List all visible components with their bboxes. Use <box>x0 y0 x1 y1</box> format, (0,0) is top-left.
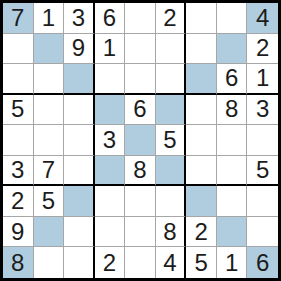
cell-r1c6[interactable]: 2 <box>156 3 187 34</box>
cell-r7c5[interactable] <box>125 186 156 217</box>
cell-r7c4[interactable] <box>95 186 126 217</box>
cell-r6c1[interactable]: 3 <box>3 156 34 187</box>
cell-r4c2[interactable] <box>34 95 65 126</box>
cell-r6c6[interactable] <box>156 156 187 187</box>
cell-r9c3[interactable] <box>64 247 95 278</box>
cell-r4c6[interactable] <box>156 95 187 126</box>
cell-r7c8[interactable] <box>217 186 248 217</box>
cell-r5c9[interactable] <box>247 125 278 156</box>
cell-r8c3[interactable] <box>64 217 95 248</box>
cell-r5c3[interactable] <box>64 125 95 156</box>
cell-r6c4[interactable] <box>95 156 126 187</box>
sudoku-board: 7 1 3 6 2 4 9 1 2 6 1 5 6 8 3 3 5 3 7 8 … <box>0 0 281 281</box>
cell-r8c2[interactable] <box>34 217 65 248</box>
cell-r3c7[interactable] <box>186 64 217 95</box>
cell-r1c7[interactable] <box>186 3 217 34</box>
cell-r4c8[interactable]: 8 <box>217 95 248 126</box>
cell-r2c6[interactable] <box>156 34 187 65</box>
cell-r3c3[interactable] <box>64 64 95 95</box>
cell-r6c5[interactable]: 8 <box>125 156 156 187</box>
cell-r8c9[interactable] <box>247 217 278 248</box>
cell-r3c4[interactable] <box>95 64 126 95</box>
cell-r8c8[interactable] <box>217 217 248 248</box>
cell-r3c6[interactable] <box>156 64 187 95</box>
cell-r8c5[interactable] <box>125 217 156 248</box>
cell-r1c9[interactable]: 4 <box>247 3 278 34</box>
cell-r3c2[interactable] <box>34 64 65 95</box>
cell-r6c7[interactable] <box>186 156 217 187</box>
cell-r1c3[interactable]: 3 <box>64 3 95 34</box>
cell-r7c6[interactable] <box>156 186 187 217</box>
cell-r1c1[interactable]: 7 <box>3 3 34 34</box>
cell-r5c7[interactable] <box>186 125 217 156</box>
cell-r1c5[interactable] <box>125 3 156 34</box>
cell-r2c5[interactable] <box>125 34 156 65</box>
cell-r1c8[interactable] <box>217 3 248 34</box>
cell-r4c4[interactable] <box>95 95 126 126</box>
cell-r6c9[interactable]: 5 <box>247 156 278 187</box>
cell-r7c9[interactable] <box>247 186 278 217</box>
cell-r8c4[interactable] <box>95 217 126 248</box>
cell-r5c8[interactable] <box>217 125 248 156</box>
cell-r5c5[interactable] <box>125 125 156 156</box>
cell-r2c9[interactable]: 2 <box>247 34 278 65</box>
cell-r9c7[interactable]: 5 <box>186 247 217 278</box>
cell-r9c9[interactable]: 6 <box>247 247 278 278</box>
cell-r2c3[interactable]: 9 <box>64 34 95 65</box>
cell-r8c6[interactable]: 8 <box>156 217 187 248</box>
cell-r4c1[interactable]: 5 <box>3 95 34 126</box>
cell-r9c8[interactable]: 1 <box>217 247 248 278</box>
cell-r2c7[interactable] <box>186 34 217 65</box>
cell-r9c6[interactable]: 4 <box>156 247 187 278</box>
cell-r9c5[interactable] <box>125 247 156 278</box>
cell-r3c5[interactable] <box>125 64 156 95</box>
cell-r5c6[interactable]: 5 <box>156 125 187 156</box>
cell-r7c3[interactable] <box>64 186 95 217</box>
cell-r2c1[interactable] <box>3 34 34 65</box>
cell-r4c7[interactable] <box>186 95 217 126</box>
cell-r4c3[interactable] <box>64 95 95 126</box>
cell-r9c1[interactable]: 8 <box>3 247 34 278</box>
cell-r7c2[interactable]: 5 <box>34 186 65 217</box>
cell-r2c8[interactable] <box>217 34 248 65</box>
cell-r3c1[interactable] <box>3 64 34 95</box>
cell-r2c2[interactable] <box>34 34 65 65</box>
cell-r9c4[interactable]: 2 <box>95 247 126 278</box>
cell-r7c1[interactable]: 2 <box>3 186 34 217</box>
cell-r9c2[interactable] <box>34 247 65 278</box>
cell-r4c9[interactable]: 3 <box>247 95 278 126</box>
cell-r1c2[interactable]: 1 <box>34 3 65 34</box>
cell-r3c8[interactable]: 6 <box>217 64 248 95</box>
cell-r3c9[interactable]: 1 <box>247 64 278 95</box>
cell-r8c1[interactable]: 9 <box>3 217 34 248</box>
cell-r5c4[interactable]: 3 <box>95 125 126 156</box>
cell-r5c1[interactable] <box>3 125 34 156</box>
cell-r5c2[interactable] <box>34 125 65 156</box>
cell-r8c7[interactable]: 2 <box>186 217 217 248</box>
cell-r1c4[interactable]: 6 <box>95 3 126 34</box>
cell-r6c8[interactable] <box>217 156 248 187</box>
cell-r7c7[interactable] <box>186 186 217 217</box>
cell-r2c4[interactable]: 1 <box>95 34 126 65</box>
cell-r6c2[interactable]: 7 <box>34 156 65 187</box>
cell-r6c3[interactable] <box>64 156 95 187</box>
cell-r4c5[interactable]: 6 <box>125 95 156 126</box>
